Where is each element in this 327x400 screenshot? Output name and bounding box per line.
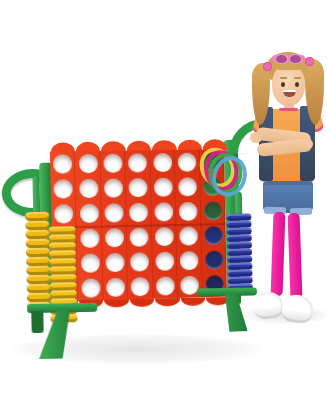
- sunglasses-right-lens: [289, 54, 302, 64]
- child-model: [0, 0, 327, 400]
- left-hand: [250, 132, 262, 143]
- face: [272, 64, 305, 106]
- pink-collar-trim: [279, 108, 298, 111]
- right-eyebrow: [294, 77, 301, 79]
- left-eyebrow: [280, 77, 287, 79]
- sunglasses-left-lens: [275, 54, 288, 64]
- right-leg-tights: [288, 213, 303, 299]
- left-leg-tights: [271, 212, 286, 296]
- right-hand: [303, 139, 313, 149]
- product-photo: [0, 0, 327, 400]
- left-eye: [281, 82, 285, 87]
- right-sneaker: [281, 293, 315, 324]
- right-hair-bow: [305, 57, 314, 66]
- right-eye: [295, 82, 299, 87]
- left-hair-bow: [263, 62, 272, 71]
